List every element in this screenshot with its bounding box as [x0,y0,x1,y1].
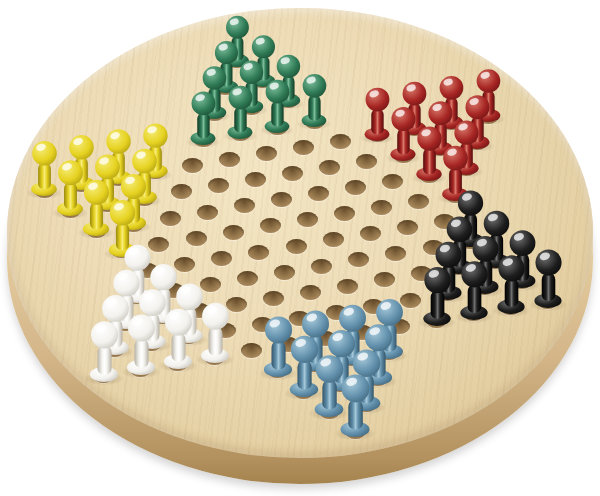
hole[interactable] [241,343,262,358]
hole[interactable] [197,205,218,220]
peg-white[interactable] [125,315,155,376]
peg-waist [96,345,110,374]
hole[interactable] [319,160,340,175]
hole[interactable] [385,246,406,261]
peg-yellow[interactable] [56,161,84,217]
peg-red[interactable] [416,126,443,181]
peg-waist [504,278,518,306]
hole[interactable] [223,225,244,240]
hole[interactable] [245,172,266,187]
peg-blue[interactable] [340,375,371,437]
hole[interactable] [330,134,351,149]
hole[interactable] [234,198,255,213]
peg-black[interactable] [496,255,525,314]
hole[interactable] [297,212,318,227]
peg-yellow[interactable] [30,141,58,196]
peg-white[interactable] [88,321,118,382]
hole[interactable] [260,218,281,233]
peg-waist [348,399,362,429]
hole[interactable] [248,245,269,260]
peg-waist [208,327,222,356]
peg-waist [296,360,310,390]
peg-waist [234,107,246,133]
hole[interactable] [182,158,203,173]
peg-waist [397,128,410,154]
hole[interactable] [408,194,429,209]
peg-black[interactable] [459,261,488,320]
chinese-checkers-photo [0,0,600,496]
peg-waist [423,148,436,174]
star-grid [0,0,600,496]
hole[interactable] [219,152,240,167]
peg-green[interactable] [190,92,217,146]
hole[interactable] [148,237,169,252]
hole[interactable] [337,279,358,294]
hole[interactable] [308,186,329,201]
peg-waist [38,163,51,190]
peg-red[interactable] [364,88,391,141]
peg-waist [171,333,185,362]
peg-waist [371,109,383,135]
peg-waist [322,380,336,410]
peg-yellow[interactable] [82,180,110,236]
peg-black[interactable] [422,267,452,326]
hole[interactable] [323,232,344,247]
peg-green[interactable] [301,74,327,127]
hole[interactable] [374,272,395,287]
hole[interactable] [271,192,292,207]
peg-waist [308,95,320,121]
hole[interactable] [286,239,307,254]
peg-green[interactable] [264,80,291,133]
hole[interactable] [263,291,284,306]
hole[interactable] [211,251,232,266]
hole[interactable] [311,259,332,274]
peg-red[interactable] [390,107,417,161]
hole[interactable] [382,174,403,189]
hole[interactable] [348,252,369,267]
hole[interactable] [256,146,277,161]
peg-waist [271,340,285,369]
peg-waist [197,113,209,139]
peg-waist [430,290,444,318]
hole[interactable] [334,206,355,221]
peg-waist [134,339,148,368]
peg-green[interactable] [227,86,254,139]
peg-white[interactable] [162,309,192,369]
hole[interactable] [371,200,392,215]
peg-waist [64,183,77,210]
peg-waist [541,272,555,300]
hole[interactable] [237,271,258,286]
hole[interactable] [356,154,377,169]
peg-waist [271,101,283,127]
hole[interactable] [186,231,207,246]
hole[interactable] [360,226,381,241]
hole[interactable] [300,285,321,300]
peg-black[interactable] [533,249,562,307]
hole[interactable] [274,265,295,280]
hole[interactable] [282,166,303,181]
hole[interactable] [345,180,366,195]
hole[interactable] [293,140,314,155]
peg-waist [467,284,481,312]
peg-waist [89,202,102,229]
hole[interactable] [160,211,181,226]
peg-white[interactable] [200,303,230,363]
hole[interactable] [171,184,192,199]
hole[interactable] [208,178,229,193]
hole[interactable] [397,220,418,235]
